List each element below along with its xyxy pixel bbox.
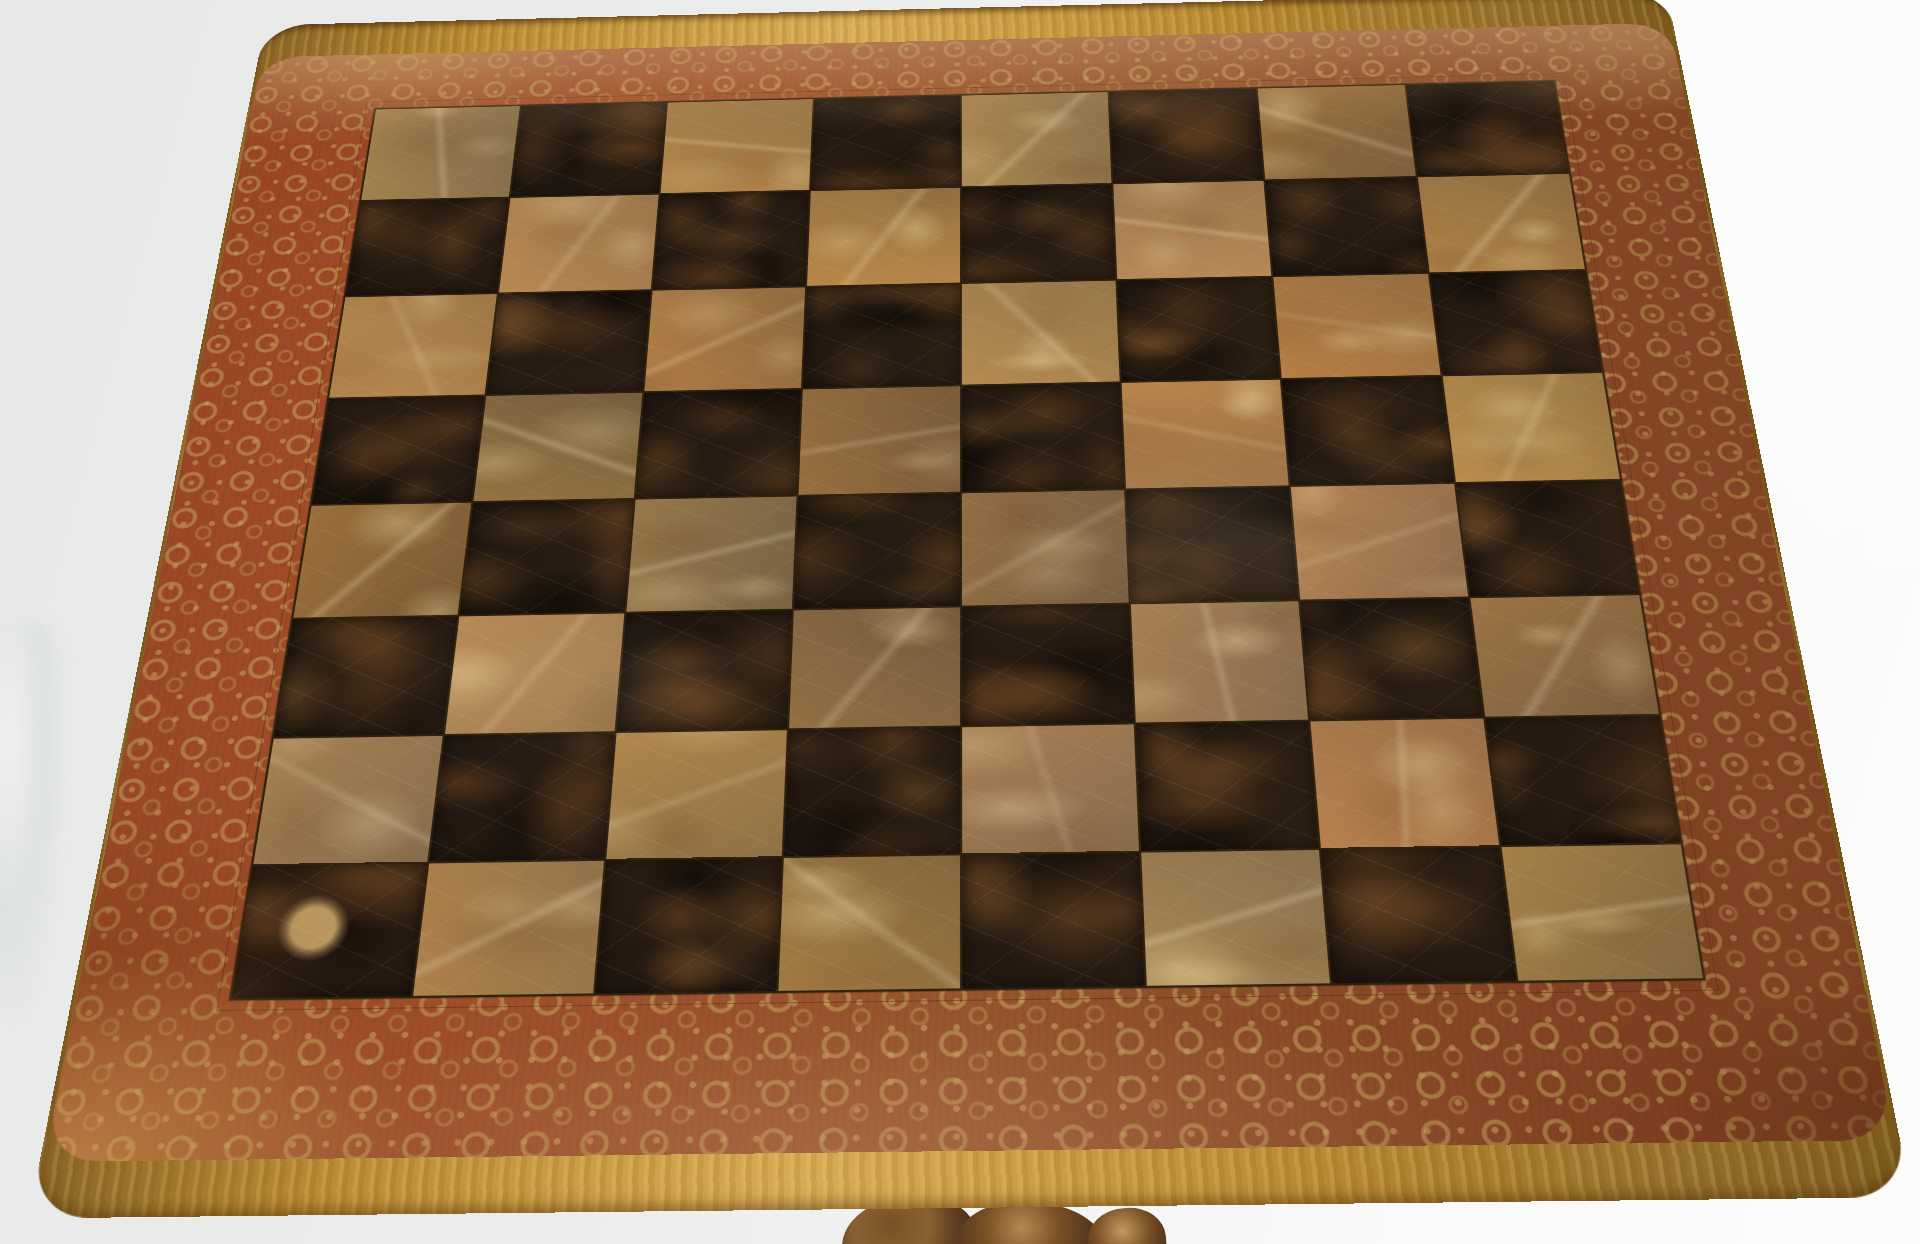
square-a1 bbox=[231, 863, 427, 998]
square-a6 bbox=[329, 294, 497, 397]
square-d6 bbox=[803, 284, 960, 387]
square-e1 bbox=[962, 852, 1144, 988]
square-h1 bbox=[1502, 844, 1703, 981]
square-h8 bbox=[1406, 81, 1568, 175]
square-a8 bbox=[361, 106, 520, 200]
square-d5 bbox=[799, 386, 960, 495]
square-a7 bbox=[346, 198, 509, 296]
square-g2 bbox=[1310, 719, 1499, 848]
square-b8 bbox=[511, 103, 666, 197]
table-top-border-ornament bbox=[44, 23, 1895, 1162]
square-h7 bbox=[1418, 174, 1585, 273]
square-e6 bbox=[962, 281, 1120, 385]
square-d1 bbox=[778, 855, 960, 991]
square-f8 bbox=[1109, 89, 1263, 183]
square-b5 bbox=[473, 392, 642, 501]
square-c8 bbox=[661, 99, 813, 193]
square-c2 bbox=[606, 730, 787, 858]
square-g8 bbox=[1258, 85, 1416, 179]
square-c1 bbox=[595, 858, 781, 994]
square-g5 bbox=[1282, 376, 1454, 485]
square-c5 bbox=[636, 389, 801, 498]
square-e4 bbox=[962, 490, 1129, 605]
square-b6 bbox=[487, 291, 651, 394]
square-f1 bbox=[1141, 849, 1330, 985]
square-b3 bbox=[445, 613, 624, 734]
square-e8 bbox=[962, 92, 1112, 186]
square-b4 bbox=[460, 500, 634, 615]
square-f3 bbox=[1131, 601, 1308, 723]
square-g3 bbox=[1300, 598, 1483, 720]
square-g7 bbox=[1265, 177, 1428, 276]
square-d8 bbox=[811, 96, 960, 190]
square-f5 bbox=[1122, 379, 1289, 488]
square-e7 bbox=[962, 184, 1116, 283]
square-g4 bbox=[1291, 484, 1468, 599]
square-b2 bbox=[430, 733, 615, 861]
square-e5 bbox=[962, 383, 1124, 492]
square-h2 bbox=[1486, 716, 1681, 845]
pedestal-knob bbox=[1086, 1205, 1168, 1244]
square-c7 bbox=[653, 191, 809, 289]
square-b7 bbox=[499, 194, 659, 292]
square-d3 bbox=[789, 607, 960, 728]
square-a3 bbox=[274, 616, 457, 737]
game-board bbox=[229, 80, 1706, 1000]
square-f4 bbox=[1126, 487, 1298, 602]
square-f7 bbox=[1113, 180, 1271, 279]
square-d2 bbox=[784, 727, 960, 855]
scene-background bbox=[0, 0, 1920, 1244]
square-g6 bbox=[1273, 274, 1440, 378]
square-a5 bbox=[312, 396, 485, 505]
square-d7 bbox=[807, 187, 960, 285]
square-f2 bbox=[1136, 721, 1319, 850]
square-b1 bbox=[413, 860, 604, 996]
square-h3 bbox=[1470, 595, 1658, 717]
square-h4 bbox=[1456, 481, 1639, 596]
square-h5 bbox=[1443, 373, 1620, 482]
square-a2 bbox=[253, 736, 442, 864]
square-e3 bbox=[962, 604, 1134, 725]
square-d4 bbox=[794, 493, 960, 608]
square-a4 bbox=[293, 503, 471, 617]
square-g1 bbox=[1321, 847, 1516, 984]
square-c6 bbox=[644, 287, 805, 390]
square-e2 bbox=[962, 724, 1139, 853]
square-c3 bbox=[617, 610, 792, 731]
square-h6 bbox=[1430, 270, 1602, 374]
square-f6 bbox=[1117, 277, 1279, 381]
background-object bbox=[0, 618, 64, 1018]
square-c4 bbox=[626, 496, 796, 611]
